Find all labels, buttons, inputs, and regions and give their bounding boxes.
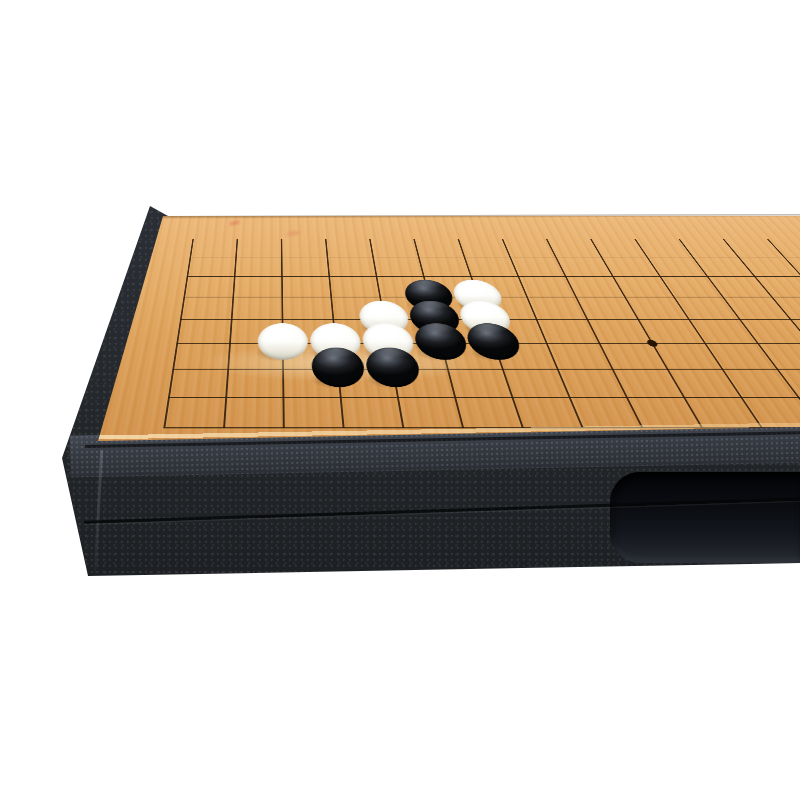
handle-recess — [610, 472, 800, 563]
stone-black[interactable]: ● — [463, 323, 526, 360]
black-stone-glyph: ● — [463, 323, 526, 360]
go-board-surface: ●○○●○○○○●●●● — [0, 0, 800, 800]
stone-black[interactable]: ● — [364, 348, 423, 388]
black-stone-glyph: ● — [364, 348, 423, 388]
product-photo-stage: ●○○●○○○○●●●● — [0, 0, 800, 800]
go-board-plane: ●○○●○○○○●●●● — [95, 216, 800, 443]
